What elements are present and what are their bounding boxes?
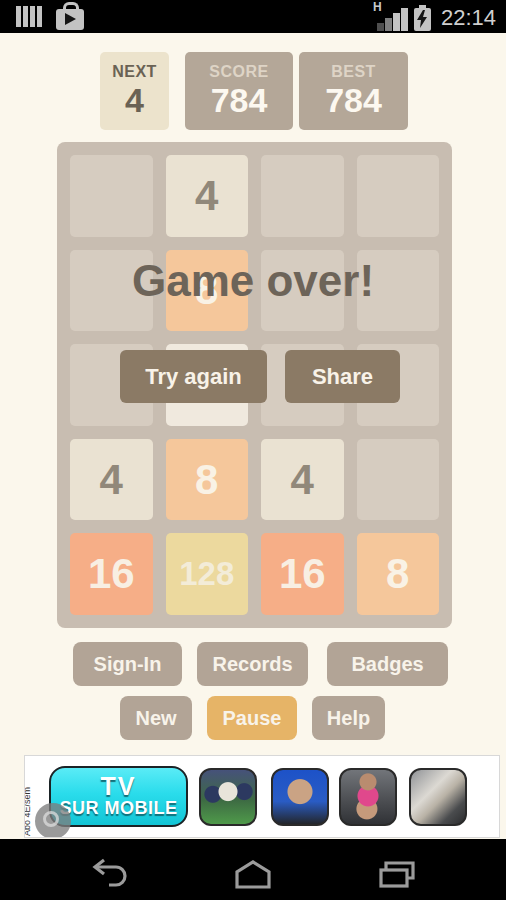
best-value: 784 xyxy=(299,81,408,119)
tile-8: 8 xyxy=(357,533,440,615)
phone-screen: H 22:14 NEXT 4 SCORE 784 BEST 784 482484… xyxy=(0,0,506,900)
clock: 22:14 xyxy=(441,5,496,31)
best-panel: BEST 784 xyxy=(299,52,408,130)
records-button[interactable]: Records xyxy=(197,642,308,686)
ad-info-icon[interactable] xyxy=(35,803,71,838)
ad-thumb-white-outfit-model[interactable] xyxy=(409,768,467,826)
status-indicators: H 22:14 xyxy=(377,3,496,31)
navigation-bar xyxy=(0,839,506,900)
home-icon[interactable] xyxy=(227,858,279,890)
best-label: BEST xyxy=(299,63,408,81)
next-label: NEXT xyxy=(100,63,169,81)
tile-128: 128 xyxy=(166,533,249,615)
badges-button[interactable]: Badges xyxy=(327,642,448,686)
pause-button[interactable]: Pause xyxy=(207,696,297,740)
empty-cell xyxy=(70,155,153,237)
ad-thumb-bikini-model[interactable] xyxy=(339,768,397,826)
score-value: 784 xyxy=(185,81,293,119)
ad-thumb-politician[interactable] xyxy=(271,768,329,826)
try-again-button[interactable]: Try again xyxy=(120,350,267,403)
empty-cell xyxy=(261,155,344,237)
ad-cta-line1: TV xyxy=(101,774,137,798)
empty-cell xyxy=(357,439,440,521)
tile-4: 4 xyxy=(70,439,153,521)
next-value: 4 xyxy=(100,81,169,119)
newsstand-notification-icon xyxy=(16,6,42,27)
ad-banner[interactable]: Abo 4E/sem TV SUR MOBILE xyxy=(24,755,500,838)
score-panel: SCORE 784 xyxy=(185,52,293,130)
status-notifications xyxy=(16,3,84,30)
tile-8: 8 xyxy=(166,439,249,521)
back-icon[interactable] xyxy=(84,858,136,890)
signal-strength-icon: H xyxy=(377,3,408,31)
play-store-notification-icon xyxy=(56,9,84,30)
help-button[interactable]: Help xyxy=(312,696,385,740)
share-button[interactable]: Share xyxy=(285,350,400,403)
new-game-button[interactable]: New xyxy=(120,696,192,740)
ad-cta-line2: SUR MOBILE xyxy=(59,798,177,819)
score-label: SCORE xyxy=(185,63,293,81)
game-over-title: Game over! xyxy=(0,256,506,306)
next-tile-panel: NEXT 4 xyxy=(100,52,169,130)
ad-subscription-label: Abo 4E/sem xyxy=(24,758,32,836)
network-type-label: H xyxy=(373,0,382,14)
ad-thumb-soccer[interactable] xyxy=(199,768,257,826)
tile-4: 4 xyxy=(261,439,344,521)
tile-4: 4 xyxy=(166,155,249,237)
battery-charging-icon xyxy=(414,8,431,31)
sign-in-button[interactable]: Sign-In xyxy=(73,642,182,686)
tile-16: 16 xyxy=(261,533,344,615)
tile-16: 16 xyxy=(70,533,153,615)
recents-icon[interactable] xyxy=(369,858,421,890)
empty-cell xyxy=(357,155,440,237)
status-bar: H 22:14 xyxy=(0,0,506,33)
